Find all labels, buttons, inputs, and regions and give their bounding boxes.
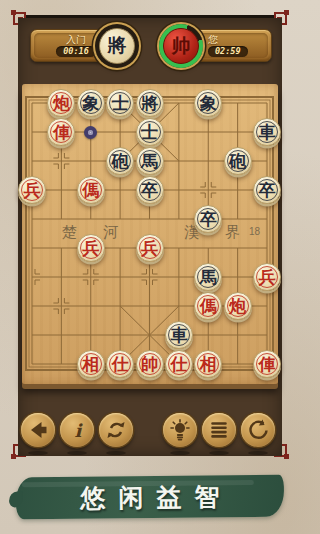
piece-black-pawn[interactable]: 卒 (136, 176, 164, 204)
river-label-left: 楚河 (62, 223, 144, 242)
piece-black-horse[interactable]: 馬 (136, 147, 164, 175)
piece-red-general[interactable]: 帥 (136, 350, 164, 378)
xiangqi-board[interactable]: 楚河 漢界 18 炮象士將象俥士車砲馬砲兵傌卒卒卒兵兵馬兵傌炮車相仕帥仕相俥 (22, 84, 278, 384)
piece-red-advisor[interactable]: 仕 (106, 350, 134, 378)
menu-lines-icon (207, 418, 231, 442)
bottom-banner: 悠闲益智 (16, 475, 284, 520)
back-icon (26, 418, 50, 442)
piece-black-general[interactable]: 將 (136, 89, 164, 117)
black-general-avatar: 將 (99, 28, 135, 64)
piece-black-pawn[interactable]: 卒 (253, 176, 281, 204)
piece-black-elephant[interactable]: 象 (77, 89, 105, 117)
player-avatar: 帅 (159, 24, 203, 68)
move-number: 18 (249, 226, 260, 237)
swap-icon (104, 418, 128, 442)
player-name: 您 (208, 34, 218, 45)
back-button[interactable] (21, 413, 55, 447)
game-area: 入门 00:16 您 02:59 將 帅 楚河 漢界 18 炮象士將象俥士車砲馬… (18, 18, 282, 456)
piece-red-pawn[interactable]: 兵 (253, 263, 281, 291)
piece-red-horse[interactable]: 傌 (77, 176, 105, 204)
piece-red-advisor[interactable]: 仕 (165, 350, 193, 378)
piece-black-cannon[interactable]: 砲 (224, 147, 252, 175)
piece-red-cannon[interactable]: 炮 (224, 292, 252, 320)
piece-red-pawn[interactable]: 兵 (18, 176, 46, 204)
restart-button[interactable] (241, 413, 275, 447)
lightbulb-icon (168, 418, 192, 442)
piece-black-advisor[interactable]: 士 (136, 118, 164, 146)
opponent-name: 入门 (66, 34, 86, 45)
piece-red-elephant[interactable]: 相 (77, 350, 105, 378)
piece-black-cannon[interactable]: 砲 (106, 147, 134, 175)
piece-black-rook[interactable]: 車 (165, 321, 193, 349)
info-icon: i (65, 418, 89, 442)
red-general-avatar: 帅 (163, 28, 199, 64)
opponent-avatar: 將 (95, 24, 139, 68)
swap-button[interactable] (99, 413, 133, 447)
player-timer: 02:59 (208, 46, 248, 57)
banner-text: 悠闲益智 (67, 480, 232, 515)
piece-red-rook[interactable]: 俥 (253, 350, 281, 378)
piece-red-pawn[interactable]: 兵 (77, 234, 105, 262)
hint-button[interactable] (163, 413, 197, 447)
piece-red-pawn[interactable]: 兵 (136, 234, 164, 262)
piece-black-rook[interactable]: 車 (253, 118, 281, 146)
restart-icon (246, 418, 270, 442)
toolbar: i (21, 413, 275, 447)
piece-black-advisor[interactable]: 士 (106, 89, 134, 117)
menu-button[interactable] (202, 413, 236, 447)
opponent-timer: 00:16 (56, 46, 96, 57)
svg-text:i: i (75, 420, 84, 441)
info-button[interactable]: i (60, 413, 94, 447)
last-move-marker (84, 126, 97, 139)
